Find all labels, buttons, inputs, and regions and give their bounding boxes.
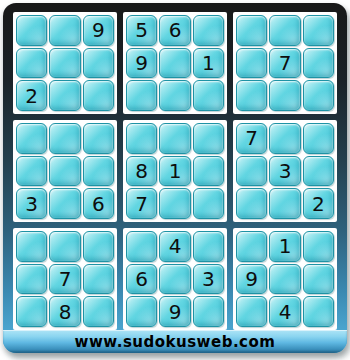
cell-r4c5[interactable] (159, 123, 190, 154)
cell-r3c9[interactable] (303, 80, 334, 111)
cell-r8c4: 6 (126, 264, 157, 295)
box-7: 4639 (123, 228, 227, 330)
sudoku-board: 925691736817732784639194 (13, 12, 337, 330)
box-4: 817 (123, 120, 227, 222)
cell-r4c1[interactable] (16, 123, 47, 154)
cell-r1c9[interactable] (303, 15, 334, 46)
cell-r8c3[interactable] (83, 264, 114, 295)
box-5: 732 (233, 120, 337, 222)
cell-r4c6[interactable] (193, 123, 224, 154)
box-6: 78 (13, 228, 117, 330)
box-8: 194 (233, 228, 337, 330)
cell-r9c7[interactable] (236, 296, 267, 327)
cell-r2c9[interactable] (303, 48, 334, 79)
cell-r2c3[interactable] (83, 48, 114, 79)
cell-r5c3[interactable] (83, 156, 114, 187)
cell-r6c3: 6 (83, 188, 114, 219)
cell-r7c2[interactable] (49, 231, 80, 262)
box-2: 7 (233, 12, 337, 114)
cell-r2c7[interactable] (236, 48, 267, 79)
footer-bar: www.sudokusweb.com (3, 330, 347, 353)
cell-r7c7[interactable] (236, 231, 267, 262)
cell-r2c2[interactable] (49, 48, 80, 79)
cell-r1c3: 9 (83, 15, 114, 46)
cell-r8c8[interactable] (269, 264, 300, 295)
cell-r5c8: 3 (269, 156, 300, 187)
cell-r6c1: 3 (16, 188, 47, 219)
cell-r2c1[interactable] (16, 48, 47, 79)
cell-r9c8: 4 (269, 296, 300, 327)
cell-r5c9[interactable] (303, 156, 334, 187)
cell-r5c1[interactable] (16, 156, 47, 187)
cell-r3c1: 2 (16, 80, 47, 111)
cell-r4c2[interactable] (49, 123, 80, 154)
cell-r6c2[interactable] (49, 188, 80, 219)
cell-r7c1[interactable] (16, 231, 47, 262)
cell-r3c3[interactable] (83, 80, 114, 111)
cell-r5c6[interactable] (193, 156, 224, 187)
cell-r3c4[interactable] (126, 80, 157, 111)
cell-r2c4: 9 (126, 48, 157, 79)
cell-r2c5[interactable] (159, 48, 190, 79)
box-0: 92 (13, 12, 117, 114)
cell-r1c6[interactable] (193, 15, 224, 46)
cell-r8c2: 7 (49, 264, 80, 295)
cell-r5c7[interactable] (236, 156, 267, 187)
box-1: 5691 (123, 12, 227, 114)
cell-r8c9[interactable] (303, 264, 334, 295)
cell-r2c8: 7 (269, 48, 300, 79)
cell-r1c7[interactable] (236, 15, 267, 46)
cell-r9c5: 9 (159, 296, 190, 327)
cell-r3c7[interactable] (236, 80, 267, 111)
page: 925691736817732784639194 www.sudokusweb.… (0, 0, 350, 360)
cell-r1c5: 6 (159, 15, 190, 46)
cell-r6c9: 2 (303, 188, 334, 219)
cell-r4c9[interactable] (303, 123, 334, 154)
cell-r5c5: 1 (159, 156, 190, 187)
cell-r2c6: 1 (193, 48, 224, 79)
cell-r4c8[interactable] (269, 123, 300, 154)
cell-r6c5[interactable] (159, 188, 190, 219)
cell-r8c6: 3 (193, 264, 224, 295)
cell-r6c4: 7 (126, 188, 157, 219)
cell-r6c8[interactable] (269, 188, 300, 219)
site-url[interactable]: www.sudokusweb.com (75, 333, 276, 351)
cell-r1c4: 5 (126, 15, 157, 46)
cell-r9c3[interactable] (83, 296, 114, 327)
cell-r6c6[interactable] (193, 188, 224, 219)
cell-r1c2[interactable] (49, 15, 80, 46)
cell-r5c4: 8 (126, 156, 157, 187)
cell-r4c3[interactable] (83, 123, 114, 154)
cell-r1c1[interactable] (16, 15, 47, 46)
cell-r3c8[interactable] (269, 80, 300, 111)
cell-r8c5[interactable] (159, 264, 190, 295)
cell-r8c1[interactable] (16, 264, 47, 295)
cell-r3c6[interactable] (193, 80, 224, 111)
cell-r7c3[interactable] (83, 231, 114, 262)
cell-r6c7[interactable] (236, 188, 267, 219)
cell-r8c7: 9 (236, 264, 267, 295)
cell-r1c8[interactable] (269, 15, 300, 46)
sudoku-plaque: 925691736817732784639194 www.sudokusweb.… (3, 3, 347, 353)
cell-r7c6[interactable] (193, 231, 224, 262)
cell-r4c4[interactable] (126, 123, 157, 154)
cell-r7c9[interactable] (303, 231, 334, 262)
cell-r5c2[interactable] (49, 156, 80, 187)
box-3: 36 (13, 120, 117, 222)
cell-r9c9[interactable] (303, 296, 334, 327)
cell-r9c1[interactable] (16, 296, 47, 327)
cell-r9c6[interactable] (193, 296, 224, 327)
cell-r9c2: 8 (49, 296, 80, 327)
cell-r3c2[interactable] (49, 80, 80, 111)
cell-r7c4[interactable] (126, 231, 157, 262)
cell-r4c7: 7 (236, 123, 267, 154)
cell-r3c5[interactable] (159, 80, 190, 111)
cell-r9c4[interactable] (126, 296, 157, 327)
cell-r7c8: 1 (269, 231, 300, 262)
cell-r7c5: 4 (159, 231, 190, 262)
